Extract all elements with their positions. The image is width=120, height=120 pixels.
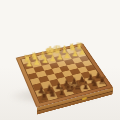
brass-hinge (88, 54, 89, 58)
white-pawn[interactable]: ♟ (78, 48, 85, 56)
brass-latch (82, 96, 87, 100)
white-pawn[interactable]: ♟ (49, 54, 56, 62)
perspective-container: ♜♞♝♚♛♝♞♜♟♟♟♟♟♟♟♟♟♟♟♟♟♟♟♟♜♞♝♚♛♝♞♜ (0, 0, 120, 120)
white-pawn[interactable]: ♟ (56, 53, 63, 61)
white-pawn[interactable]: ♟ (41, 56, 48, 64)
chess-board: ♜♞♝♚♛♝♞♜♟♟♟♟♟♟♟♟♟♟♟♟♟♟♟♟♜♞♝♚♛♝♞♜ (16, 43, 114, 108)
black-bishop[interactable]: ♝ (56, 85, 66, 96)
white-pawn[interactable]: ♟ (26, 59, 34, 67)
chess-set-photo: ♜♞♝♚♛♝♞♜♟♟♟♟♟♟♟♟♟♟♟♟♟♟♟♟♜♞♝♚♛♝♞♜ (0, 0, 120, 120)
white-pawn[interactable]: ♟ (33, 58, 40, 66)
black-rook[interactable]: ♜ (40, 90, 49, 100)
square-f4[interactable] (44, 69, 54, 76)
white-pawn[interactable]: ♟ (64, 51, 71, 59)
white-pawn[interactable]: ♟ (71, 49, 78, 57)
square-h8[interactable]: ♜ (38, 94, 49, 102)
